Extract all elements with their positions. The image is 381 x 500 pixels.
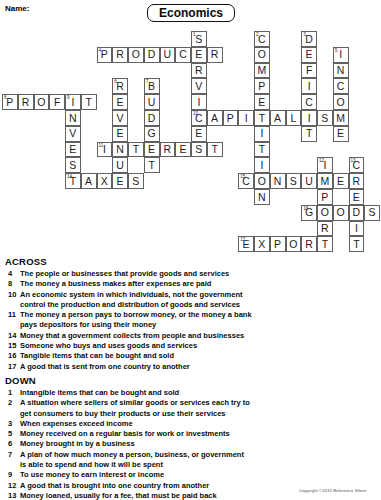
grid-cell-r6-c21[interactable]: E bbox=[333, 126, 349, 142]
cell-letter: V bbox=[117, 113, 124, 124]
clue-num-label: 10 bbox=[5, 290, 20, 311]
clues-section: ACROSS 4The people or businesses that pr… bbox=[5, 256, 379, 500]
cell-letter: S bbox=[321, 113, 328, 124]
clue-text: A good that is sent from one country to … bbox=[20, 362, 379, 372]
clue-text: The money a business makes after expense… bbox=[20, 279, 379, 289]
clue-across-16: 16Tangible items that can be bought and … bbox=[5, 351, 379, 361]
grid-cell-r11-c22[interactable]: D bbox=[349, 205, 365, 221]
cell-number-16: 16 bbox=[303, 206, 308, 211]
cell-letter: I bbox=[71, 97, 74, 108]
grid-cell-r7-c16[interactable]: T bbox=[254, 142, 270, 158]
cell-number-9: 9 bbox=[67, 95, 70, 100]
cell-letter: V bbox=[195, 81, 202, 92]
cell-letter: A bbox=[274, 113, 281, 124]
cell-letter: D bbox=[148, 113, 156, 124]
grid-cell-r8-c20[interactable]: 12I bbox=[317, 157, 333, 173]
cell-letter: X bbox=[258, 239, 265, 250]
clue-down-3: 3When expenses exceed income bbox=[5, 419, 379, 429]
cell-letter: C bbox=[179, 49, 187, 60]
grid-cell-r5-c15[interactable]: I bbox=[238, 110, 254, 126]
cell-letter: I bbox=[245, 113, 248, 124]
cell-number-3: 3 bbox=[303, 32, 306, 37]
grid-cell-r4-c21[interactable]: O bbox=[333, 94, 349, 110]
cell-letter: N bbox=[258, 192, 266, 203]
cell-letter: T bbox=[259, 144, 265, 155]
grid-cell-r1-c21[interactable]: 5I bbox=[333, 47, 349, 63]
clue-text: Money brought in by a business bbox=[20, 439, 379, 449]
grid-cell-r6-c12[interactable]: E bbox=[191, 126, 207, 142]
grid-cell-r6-c9[interactable]: G bbox=[144, 126, 160, 142]
grid-cell-r1-c8[interactable]: O bbox=[128, 47, 144, 63]
grid-cell-r2-c12[interactable]: R bbox=[191, 63, 207, 79]
cell-letter: O bbox=[337, 207, 345, 218]
clue-across-11: 11The money a person pays to borrow mone… bbox=[5, 310, 379, 331]
cell-letter: O bbox=[37, 97, 45, 108]
clue-num-label: 6 bbox=[5, 439, 20, 449]
cell-letter: O bbox=[337, 97, 345, 108]
cell-letter: S bbox=[369, 207, 376, 218]
across-clue-list: 4The people or businesses that provide g… bbox=[5, 269, 379, 372]
grid-cell-r7-c6[interactable]: 11I bbox=[97, 142, 113, 158]
cell-letter: D bbox=[353, 207, 361, 218]
clue-text: A plan of how much money a person, busin… bbox=[20, 450, 379, 471]
cell-letter: O bbox=[132, 49, 140, 60]
grid-cell-r5-c14[interactable]: P bbox=[223, 110, 239, 126]
cell-letter: G bbox=[148, 128, 156, 139]
cell-letter: U bbox=[148, 97, 156, 108]
grid-cell-r4-c19[interactable]: C bbox=[301, 94, 317, 110]
cell-letter: U bbox=[116, 160, 124, 171]
cell-letter: N bbox=[116, 144, 124, 155]
clue-across-8: 8The money a business makes after expens… bbox=[5, 279, 379, 289]
cell-letter: E bbox=[69, 144, 76, 155]
cell-number-12: 12 bbox=[319, 158, 324, 163]
grid-cell-r4-c2[interactable]: O bbox=[34, 94, 50, 110]
cell-letter: I bbox=[308, 113, 311, 124]
cell-letter: C bbox=[337, 81, 345, 92]
grid-cell-r1-c9[interactable]: D bbox=[144, 47, 160, 63]
cell-number-4: 4 bbox=[99, 48, 102, 53]
clue-across-15: 15Someone who buys and uses goods and se… bbox=[5, 341, 379, 351]
clue-num-label: 4 bbox=[5, 269, 20, 279]
cell-letter: S bbox=[290, 176, 297, 187]
cell-letter: E bbox=[117, 128, 124, 139]
clue-num-label: 15 bbox=[5, 341, 20, 351]
cell-letter: U bbox=[305, 176, 313, 187]
grid-cell-r1-c7[interactable]: R bbox=[112, 47, 128, 63]
cell-number-7: 7 bbox=[146, 79, 149, 84]
cell-letter: P bbox=[6, 97, 13, 108]
clue-across-17: 17A good that is sent from one country t… bbox=[5, 362, 379, 372]
grid-cell-r11-c21[interactable]: O bbox=[333, 205, 349, 221]
grid-cell-r5-c7[interactable]: V bbox=[112, 110, 128, 126]
cell-letter: U bbox=[164, 49, 172, 60]
grid-cell-r11-c20[interactable]: O bbox=[317, 205, 333, 221]
name-label: Name: bbox=[5, 4, 29, 13]
clue-text: Money received on a regular basis for wo… bbox=[20, 429, 379, 439]
grid-cell-r5-c4[interactable]: N bbox=[65, 110, 81, 126]
grid-cell-r5-c9[interactable]: D bbox=[144, 110, 160, 126]
grid-cell-r7-c11[interactable]: E bbox=[175, 142, 191, 158]
grid-cell-r12-c22[interactable]: I bbox=[349, 221, 365, 237]
grid-cell-r4-c1[interactable]: R bbox=[18, 94, 34, 110]
clue-text: An economic system in which individuals,… bbox=[20, 290, 379, 311]
grid-cell-r6-c19[interactable]: T bbox=[301, 126, 317, 142]
clue-text: The people or businesses that provide go… bbox=[20, 269, 379, 279]
grid-cell-r13-c17[interactable]: P bbox=[270, 236, 286, 252]
clue-down-7: 7A plan of how much money a person, busi… bbox=[5, 450, 379, 471]
cell-letter: S bbox=[132, 176, 139, 187]
cell-letter: E bbox=[337, 176, 344, 187]
cell-letter: R bbox=[116, 49, 124, 60]
cell-letter: R bbox=[321, 223, 329, 234]
grid-cell-r13-c20[interactable]: T bbox=[317, 236, 333, 252]
cell-letter: T bbox=[211, 144, 217, 155]
down-heading: DOWN bbox=[5, 375, 379, 386]
grid-cell-r7-c7[interactable]: N bbox=[112, 142, 128, 158]
cell-number-2: 2 bbox=[256, 32, 259, 37]
grid-cell-r3-c12[interactable]: V bbox=[191, 78, 207, 94]
grid-cell-r4-c12[interactable]: I bbox=[191, 94, 207, 110]
cell-letter: E bbox=[180, 144, 187, 155]
grid-cell-r3-c7[interactable]: 6R bbox=[112, 78, 128, 94]
cell-letter: E bbox=[117, 97, 124, 108]
clue-num-label: 14 bbox=[5, 331, 20, 341]
cell-letter: N bbox=[69, 113, 77, 124]
grid-cell-r13-c18[interactable]: O bbox=[286, 236, 302, 252]
cell-letter: R bbox=[164, 144, 172, 155]
grid-cell-r4-c9[interactable]: U bbox=[144, 94, 160, 110]
cell-letter: C bbox=[305, 97, 313, 108]
cell-letter: I bbox=[103, 144, 106, 155]
grid-cell-r5-c18[interactable]: L bbox=[286, 110, 302, 126]
grid-cell-r2-c19[interactable]: F bbox=[301, 63, 317, 79]
clue-text: Tangible items that can be bought and so… bbox=[20, 351, 379, 361]
cell-letter: I bbox=[260, 160, 263, 171]
grid-cell-r0-c19[interactable]: 3D bbox=[301, 31, 317, 47]
grid-cell-r9-c21[interactable]: E bbox=[333, 173, 349, 189]
grid-cell-r10-c16[interactable]: N bbox=[254, 189, 270, 205]
clue-num-label: 7 bbox=[5, 450, 20, 471]
clue-down-1: 1Intangible items that can be bought and… bbox=[5, 388, 379, 398]
grid-cell-r7-c4[interactable]: E bbox=[65, 142, 81, 158]
cell-letter: R bbox=[305, 239, 313, 250]
cell-letter: E bbox=[337, 128, 344, 139]
cell-letter: F bbox=[306, 65, 312, 76]
cell-letter: S bbox=[195, 34, 202, 45]
puzzle-title: Economics bbox=[159, 6, 223, 20]
cell-letter: T bbox=[148, 160, 154, 171]
grid-cell-r7-c12[interactable]: S bbox=[191, 142, 207, 158]
grid-cell-r2-c21[interactable]: N bbox=[333, 63, 349, 79]
clue-down-9: 9To use money to earn interest or income bbox=[5, 470, 379, 480]
cell-letter: T bbox=[322, 239, 328, 250]
cell-letter: T bbox=[306, 128, 312, 139]
grid-cell-r9-c18[interactable]: S bbox=[286, 173, 302, 189]
grid-cell-r13-c15[interactable]: 17E bbox=[238, 236, 254, 252]
clue-num-label: 8 bbox=[5, 279, 20, 289]
grid-cell-r0-c12[interactable]: 1S bbox=[191, 31, 207, 47]
cell-letter: A bbox=[85, 176, 92, 187]
cell-letter: M bbox=[336, 113, 345, 124]
grid-cell-r9-c16[interactable]: O bbox=[254, 173, 270, 189]
grid-cell-r7-c10[interactable]: R bbox=[160, 142, 176, 158]
cell-number-8: 8 bbox=[4, 95, 7, 100]
puzzle-title-box: Economics bbox=[147, 4, 235, 22]
cell-number-1: 1 bbox=[193, 32, 196, 37]
cell-letter: E bbox=[195, 128, 202, 139]
grid-cell-r1-c12[interactable]: E bbox=[191, 47, 207, 63]
clue-down-2: 2A situation where sellers of similar go… bbox=[5, 398, 379, 419]
cell-letter: R bbox=[195, 65, 203, 76]
cell-letter: D bbox=[148, 49, 156, 60]
cell-letter: E bbox=[195, 49, 202, 60]
cell-letter: T bbox=[353, 239, 359, 250]
grid-cell-r1-c10[interactable]: U bbox=[160, 47, 176, 63]
cell-letter: T bbox=[259, 113, 265, 124]
clue-num-label: 17 bbox=[5, 362, 20, 372]
cell-letter: C bbox=[258, 34, 266, 45]
grid-cell-r7-c13[interactable]: T bbox=[207, 142, 223, 158]
grid-cell-r5-c16[interactable]: T bbox=[254, 110, 270, 126]
grid-cell-r4-c3[interactable]: F bbox=[49, 94, 65, 110]
grid-cell-r9-c20[interactable]: M bbox=[317, 173, 333, 189]
grid-cell-r8-c22[interactable]: 13C bbox=[349, 157, 365, 173]
grid-cell-r13-c22[interactable]: T bbox=[349, 236, 365, 252]
cell-letter: D bbox=[305, 34, 313, 45]
cell-letter: M bbox=[321, 176, 330, 187]
cell-number-10: 10 bbox=[193, 111, 198, 116]
cell-letter: E bbox=[306, 49, 313, 60]
cell-number-11: 11 bbox=[99, 143, 104, 148]
grid-cell-r12-c20[interactable]: R bbox=[317, 221, 333, 237]
clue-num-label: 2 bbox=[5, 398, 20, 419]
cell-number-15: 15 bbox=[240, 174, 245, 179]
clue-num-label: 3 bbox=[5, 419, 20, 429]
grid-cell-r11-c23[interactable]: S bbox=[364, 205, 380, 221]
cell-letter: B bbox=[148, 81, 155, 92]
cell-letter: P bbox=[101, 49, 108, 60]
cell-letter: R bbox=[22, 97, 30, 108]
cell-letter: S bbox=[195, 144, 202, 155]
grid-cell-r6-c16[interactable]: I bbox=[254, 126, 270, 142]
grid-cell-r13-c19[interactable]: R bbox=[301, 236, 317, 252]
cell-letter: R bbox=[116, 81, 124, 92]
grid-cell-r4-c16[interactable]: E bbox=[254, 94, 270, 110]
grid-cell-r8-c4[interactable]: S bbox=[65, 157, 81, 173]
cell-letter: I bbox=[308, 81, 311, 92]
grid-cell-r9-c6[interactable]: X bbox=[97, 173, 113, 189]
grid-cell-r9-c5[interactable]: A bbox=[81, 173, 97, 189]
grid-cell-r4-c4[interactable]: 9I bbox=[65, 94, 81, 110]
grid-cell-r5-c20[interactable]: S bbox=[317, 110, 333, 126]
grid-cell-r3-c19[interactable]: I bbox=[301, 78, 317, 94]
crossword-grid: 1S2C3D4PRODUCEROE5IRMFN6R7BVPIC8PROF9ITE… bbox=[2, 31, 380, 252]
clue-num-label: 16 bbox=[5, 351, 20, 361]
grid-cell-r1-c13[interactable]: R bbox=[207, 47, 223, 63]
grid-cell-r5-c17[interactable]: A bbox=[270, 110, 286, 126]
grid-cell-r5-c19[interactable]: I bbox=[301, 110, 317, 126]
cell-letter: P bbox=[227, 113, 234, 124]
grid-cell-r1-c6[interactable]: 4P bbox=[97, 47, 113, 63]
cell-number-6: 6 bbox=[114, 79, 117, 84]
grid-cell-r13-c16[interactable]: X bbox=[254, 236, 270, 252]
clue-text: To use money to earn interest or income bbox=[20, 470, 379, 480]
cell-number-5: 5 bbox=[335, 48, 338, 53]
grid-cell-r4-c0[interactable]: 8P bbox=[2, 94, 18, 110]
clue-across-4: 4The people or businesses that provide g… bbox=[5, 269, 379, 279]
clue-across-10: 10An economic system in which individual… bbox=[5, 290, 379, 311]
cell-number-14: 14 bbox=[67, 174, 72, 179]
grid-cell-r5-c12[interactable]: 10C bbox=[191, 110, 207, 126]
cell-letter: E bbox=[353, 192, 360, 203]
clue-num-label: 1 bbox=[5, 388, 20, 398]
grid-cell-r3-c21[interactable]: C bbox=[333, 78, 349, 94]
cell-letter: E bbox=[117, 176, 124, 187]
clue-down-6: 6Money brought in by a business bbox=[5, 439, 379, 449]
grid-cell-r9-c22[interactable]: R bbox=[349, 173, 365, 189]
grid-cell-r2-c16[interactable]: M bbox=[254, 63, 270, 79]
down-clue-list: 1Intangible items that can be bought and… bbox=[5, 388, 379, 500]
clue-text: Someone who buys and uses goods and serv… bbox=[20, 341, 379, 351]
clue-text: The money a person pays to borrow money,… bbox=[20, 310, 379, 331]
grid-cell-r0-c16[interactable]: 2C bbox=[254, 31, 270, 47]
grid-cell-r8-c7[interactable]: U bbox=[112, 157, 128, 173]
cell-letter: T bbox=[85, 97, 91, 108]
grid-cell-r3-c9[interactable]: 7B bbox=[144, 78, 160, 94]
cell-letter: O bbox=[258, 49, 266, 60]
cell-letter: X bbox=[101, 176, 108, 187]
grid-cell-r9-c19[interactable]: U bbox=[301, 173, 317, 189]
cell-letter: I bbox=[339, 49, 342, 60]
cell-letter: P bbox=[274, 239, 281, 250]
cell-letter: N bbox=[337, 65, 345, 76]
cell-letter: P bbox=[321, 192, 328, 203]
clue-text: Intangible items that can be bought and … bbox=[20, 388, 379, 398]
cell-letter: N bbox=[274, 176, 282, 187]
grid-cell-r7-c8[interactable]: T bbox=[128, 142, 144, 158]
clue-across-14: 14Money that a government collects from … bbox=[5, 331, 379, 341]
grid-cell-r1-c19[interactable]: E bbox=[301, 47, 317, 63]
clue-num-label: 12 bbox=[5, 481, 20, 491]
cell-letter: R bbox=[353, 176, 361, 187]
cell-letter: S bbox=[69, 160, 76, 171]
grid-cell-r9-c17[interactable]: N bbox=[270, 173, 286, 189]
grid-cell-r7-c9[interactable]: E bbox=[144, 142, 160, 158]
grid-cell-r1-c16[interactable]: O bbox=[254, 47, 270, 63]
grid-cell-r4-c7[interactable]: E bbox=[112, 94, 128, 110]
cell-letter: T bbox=[133, 144, 139, 155]
cell-number-17: 17 bbox=[240, 237, 245, 242]
clue-num-label: 9 bbox=[5, 470, 20, 480]
grid-cell-r1-c11[interactable]: C bbox=[175, 47, 191, 63]
clue-text: When expenses exceed income bbox=[20, 419, 379, 429]
clue-down-5: 5Money received on a regular basis for w… bbox=[5, 429, 379, 439]
cell-letter: P bbox=[258, 81, 265, 92]
cell-letter: O bbox=[258, 176, 266, 187]
cell-letter: M bbox=[258, 65, 267, 76]
cell-letter: I bbox=[355, 223, 358, 234]
clue-text: Money that a government collects from pe… bbox=[20, 331, 379, 341]
cell-letter: L bbox=[290, 113, 296, 124]
grid-cell-r9-c4[interactable]: 14T bbox=[65, 173, 81, 189]
clue-num-label: 5 bbox=[5, 429, 20, 439]
grid-cell-r8-c16[interactable]: I bbox=[254, 157, 270, 173]
clue-num-label: 13 bbox=[5, 491, 20, 500]
grid-cell-r10-c20[interactable]: P bbox=[317, 189, 333, 205]
grid-cell-r11-c19[interactable]: 16G bbox=[301, 205, 317, 221]
grid-cell-r9-c7[interactable]: E bbox=[112, 173, 128, 189]
grid-cell-r5-c13[interactable]: A bbox=[207, 110, 223, 126]
cell-letter: O bbox=[289, 239, 297, 250]
grid-cell-r6-c7[interactable]: E bbox=[112, 126, 128, 142]
cell-letter: I bbox=[197, 97, 200, 108]
cell-letter: E bbox=[148, 144, 155, 155]
cell-letter: A bbox=[211, 113, 218, 124]
grid-cell-r10-c22[interactable]: E bbox=[349, 189, 365, 205]
copyright-text: Copyright ©2015 Reference Sheet bbox=[299, 488, 366, 493]
clue-num-label: 11 bbox=[5, 310, 20, 331]
cell-letter: V bbox=[69, 128, 76, 139]
grid-cell-r3-c16[interactable]: P bbox=[254, 78, 270, 94]
cell-number-13: 13 bbox=[351, 158, 356, 163]
cell-letter: E bbox=[258, 97, 265, 108]
cell-letter: R bbox=[211, 49, 219, 60]
clue-text: A situation where sellers of similar goo… bbox=[20, 398, 379, 419]
cell-letter: I bbox=[260, 128, 263, 139]
grid-cell-r6-c4[interactable]: V bbox=[65, 126, 81, 142]
grid-cell-r4-c5[interactable]: T bbox=[81, 94, 97, 110]
grid-cell-r9-c8[interactable]: S bbox=[128, 173, 144, 189]
cell-letter: O bbox=[321, 207, 329, 218]
grid-cell-r8-c9[interactable]: T bbox=[144, 157, 160, 173]
grid-cell-r5-c21[interactable]: M bbox=[333, 110, 349, 126]
grid-cell-r9-c15[interactable]: 15C bbox=[238, 173, 254, 189]
cell-letter: F bbox=[54, 97, 60, 108]
across-heading: ACROSS bbox=[5, 256, 379, 267]
